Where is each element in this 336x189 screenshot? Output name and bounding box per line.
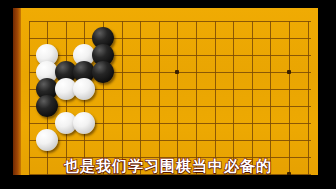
board-grid-line <box>177 21 178 175</box>
board-grid-line <box>215 21 216 175</box>
board-grid-line <box>29 55 311 56</box>
board-left-edge <box>13 8 21 175</box>
letterbox-right <box>318 0 336 189</box>
board-grid-line <box>289 21 290 175</box>
board-grid-line <box>29 21 30 175</box>
board-grid-line <box>159 21 160 175</box>
board-grid-line <box>29 38 311 39</box>
white-stone <box>73 112 95 134</box>
video-frame: 也是我们学习围棋当中必备的 <box>0 0 336 189</box>
board-grid-line <box>29 140 311 141</box>
board-grid-line <box>29 21 311 22</box>
board-grid-line <box>29 106 311 107</box>
subtitle-text: 也是我们学习围棋当中必备的 <box>64 157 272 176</box>
star-point <box>287 70 291 74</box>
board-grid-line <box>233 21 234 175</box>
board-grid-line <box>252 21 253 175</box>
board-grid-line <box>270 21 271 175</box>
black-stone <box>36 95 58 117</box>
white-stone <box>73 78 95 100</box>
white-stone <box>36 129 58 151</box>
board-grid-line <box>140 21 141 175</box>
black-stone <box>92 61 114 83</box>
letterbox-top <box>0 0 336 8</box>
board-grid-line <box>196 21 197 175</box>
board-grid-line <box>308 21 309 175</box>
go-board <box>13 8 318 175</box>
board-grid-line <box>122 21 123 175</box>
letterbox-bottom <box>0 175 336 189</box>
star-point <box>175 70 179 74</box>
letterbox-left <box>0 0 13 189</box>
